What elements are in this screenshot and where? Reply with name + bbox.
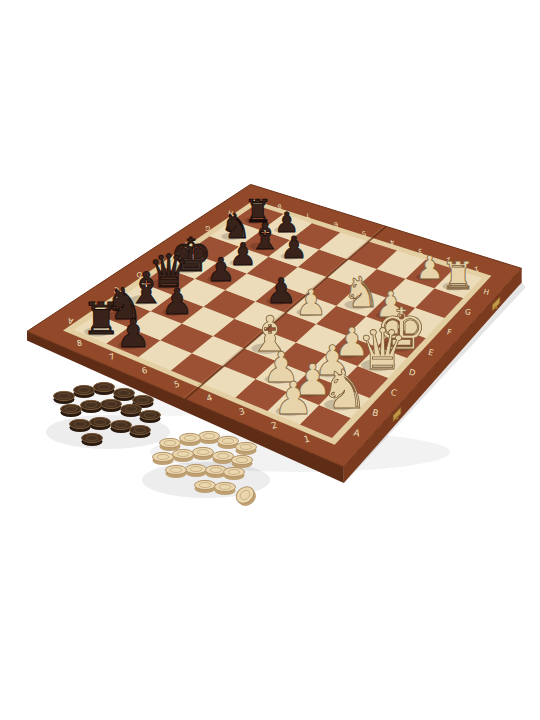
dark-checker-9-part <box>140 410 161 419</box>
light-checker-3-part <box>160 438 181 447</box>
light-checker-15[interactable] <box>215 482 236 495</box>
piece-white-pawn-h2[interactable]: ♟ <box>415 249 444 287</box>
dark-checker-4-part <box>133 395 154 404</box>
light-checker-14-part <box>195 480 216 489</box>
light-checker-5[interactable] <box>193 447 214 460</box>
piece-white-pawn-e4[interactable]: ♟ <box>295 282 327 323</box>
light-checker-8[interactable] <box>153 452 174 465</box>
dark-checker-1[interactable] <box>74 385 95 398</box>
light-checker-11-part <box>166 465 187 474</box>
light-checker-3[interactable] <box>160 438 181 451</box>
dark-checker-8-part <box>121 404 142 413</box>
dark-checker-9[interactable] <box>140 410 161 423</box>
dark-checker-7[interactable] <box>61 404 82 417</box>
light-checker-4-part <box>236 442 257 451</box>
light-checker-2-part <box>218 436 239 445</box>
light-checker-6[interactable] <box>173 449 194 462</box>
light-checker-15-part <box>215 482 236 491</box>
light-checker-7[interactable] <box>213 451 234 464</box>
board-scene: 12345678ABCDEFGHABCDEFGH12345678♜♟♞♝♟♟♚♟… <box>0 0 540 720</box>
dark-checker-5[interactable] <box>101 399 122 412</box>
dark-checker-6-part <box>81 400 102 409</box>
dark-checker-0[interactable] <box>94 382 115 395</box>
dark-checker-7-part <box>61 404 82 413</box>
piece-black-pawn-e7[interactable]: ♟ <box>206 251 235 289</box>
light-checker-13-part <box>224 467 245 476</box>
light-checker-6-part <box>173 449 194 458</box>
dark-checker-8[interactable] <box>121 404 142 417</box>
piece-white-pawn-a2[interactable]: ♟ <box>273 372 314 425</box>
chess-set-photo: 12345678ABCDEFGHABCDEFGH12345678♜♟♞♝♟♟♚♟… <box>0 0 540 720</box>
dark-checker-3-part <box>54 391 75 400</box>
dark-checker-11-part <box>70 419 91 428</box>
brass-latch-right-knob <box>494 306 497 309</box>
light-checker-9[interactable] <box>232 455 253 468</box>
dark-checker-6[interactable] <box>81 400 102 413</box>
dark-checker-5-part <box>101 399 122 408</box>
dark-checker-11[interactable] <box>70 419 91 432</box>
dark-checker-14[interactable] <box>82 433 103 446</box>
light-checker-8-part <box>153 452 174 461</box>
light-checker-5-part <box>193 447 214 456</box>
dark-checker-14-part <box>82 433 103 442</box>
piece-white-rook-h1[interactable]: ♜ <box>441 253 476 298</box>
light-checker-1-part <box>180 433 201 442</box>
dark-checker-0-part <box>94 382 115 391</box>
light-checker-11[interactable] <box>166 465 187 478</box>
light-checker-0-part <box>199 431 220 440</box>
light-checker-4[interactable] <box>236 442 257 455</box>
light-checker-13[interactable] <box>224 467 245 480</box>
dark-checker-12[interactable] <box>111 420 132 433</box>
light-checker-9-part <box>232 455 253 464</box>
dark-checker-1-part <box>74 385 95 394</box>
light-checker-10[interactable] <box>186 464 207 477</box>
dark-checker-2[interactable] <box>114 388 135 401</box>
piece-white-knight-b1[interactable]: ♞ <box>320 358 368 421</box>
dark-checker-13-part <box>130 425 151 434</box>
brass-latch-left-knob <box>395 416 398 419</box>
light-checker-14[interactable] <box>195 480 216 493</box>
dark-checker-10[interactable] <box>90 417 111 430</box>
light-checker-7-part <box>213 451 234 460</box>
piece-black-pawn-c7[interactable]: ♟ <box>161 281 193 322</box>
dark-checker-3[interactable] <box>54 391 75 404</box>
piece-black-pawn-g6[interactable]: ♟ <box>280 230 307 265</box>
light-checker-0[interactable] <box>199 431 220 444</box>
dark-checker-13[interactable] <box>130 425 151 438</box>
dark-checker-10-part <box>90 417 111 426</box>
piece-black-pawn-a7[interactable]: ♟ <box>116 311 151 356</box>
light-checker-10-part <box>186 464 207 473</box>
light-checker-1[interactable] <box>180 433 201 446</box>
dark-checker-2-part <box>114 388 135 397</box>
dark-checker-12-part <box>111 420 132 429</box>
